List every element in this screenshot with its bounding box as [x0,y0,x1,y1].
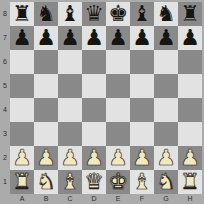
square-a5[interactable] [10,74,34,98]
square-d5[interactable] [82,74,106,98]
square-e2[interactable]: ♟ [106,146,130,170]
piece-white-bishop[interactable]: ♝ [130,170,154,194]
piece-white-pawn[interactable]: ♟ [10,146,34,170]
piece-black-pawn[interactable]: ♟ [10,26,34,50]
square-f6[interactable] [130,50,154,74]
rank-label-2: 2 [0,146,10,170]
piece-black-pawn[interactable]: ♟ [82,26,106,50]
rank-label-4: 4 [0,98,10,122]
square-f1[interactable]: ♝ [130,170,154,194]
square-h2[interactable]: ♟ [178,146,202,170]
square-g4[interactable] [154,98,178,122]
square-c6[interactable] [58,50,82,74]
piece-white-queen[interactable]: ♛ [82,170,106,194]
square-d8[interactable]: ♛ [82,2,106,26]
square-h7[interactable]: ♟ [178,26,202,50]
square-h5[interactable] [178,74,202,98]
square-e5[interactable] [106,74,130,98]
square-b2[interactable]: ♟ [34,146,58,170]
file-label-d: D [82,194,106,204]
piece-white-knight[interactable]: ♞ [34,170,58,194]
rank-label-7: 7 [0,26,10,50]
square-e3[interactable] [106,122,130,146]
piece-white-rook[interactable]: ♜ [178,170,202,194]
file-label-e: E [106,194,130,204]
square-d2[interactable]: ♟ [82,146,106,170]
square-f2[interactable]: ♟ [130,146,154,170]
square-b8[interactable]: ♞ [34,2,58,26]
piece-white-pawn[interactable]: ♟ [34,146,58,170]
piece-black-rook[interactable]: ♜ [178,2,202,26]
square-h6[interactable] [178,50,202,74]
square-f8[interactable]: ♝ [130,2,154,26]
file-label-h: H [178,194,202,204]
piece-black-knight[interactable]: ♞ [154,2,178,26]
file-labels-row: ABCDEFGH [10,194,202,204]
square-a3[interactable] [10,122,34,146]
piece-white-rook[interactable]: ♜ [10,170,34,194]
piece-black-rook[interactable]: ♜ [10,2,34,26]
piece-black-pawn[interactable]: ♟ [154,26,178,50]
square-e1[interactable]: ♚ [106,170,130,194]
square-d4[interactable] [82,98,106,122]
rank-label-3: 3 [0,122,10,146]
chess-board: ♜♞♝♛♚♝♞♜♟♟♟♟♟♟♟♟♟♟♟♟♟♟♟♟♜♞♝♛♚♝♞♜ [10,2,202,194]
square-g3[interactable] [154,122,178,146]
piece-black-pawn[interactable]: ♟ [58,26,82,50]
square-g5[interactable] [154,74,178,98]
square-a8[interactable]: ♜ [10,2,34,26]
square-d1[interactable]: ♛ [82,170,106,194]
square-b3[interactable] [34,122,58,146]
piece-white-knight[interactable]: ♞ [154,170,178,194]
piece-black-pawn[interactable]: ♟ [178,26,202,50]
square-h8[interactable]: ♜ [178,2,202,26]
square-a1[interactable]: ♜ [10,170,34,194]
piece-black-queen[interactable]: ♛ [82,2,106,26]
square-g6[interactable] [154,50,178,74]
square-c1[interactable]: ♝ [58,170,82,194]
square-b6[interactable] [34,50,58,74]
piece-black-pawn[interactable]: ♟ [34,26,58,50]
square-e4[interactable] [106,98,130,122]
rank-label-5: 5 [0,74,10,98]
piece-white-pawn[interactable]: ♟ [154,146,178,170]
piece-black-knight[interactable]: ♞ [34,2,58,26]
square-g8[interactable]: ♞ [154,2,178,26]
square-g2[interactable]: ♟ [154,146,178,170]
piece-white-pawn[interactable]: ♟ [82,146,106,170]
square-c5[interactable] [58,74,82,98]
rank-label-6: 6 [0,50,10,74]
square-a6[interactable] [10,50,34,74]
square-h4[interactable] [178,98,202,122]
square-c4[interactable] [58,98,82,122]
square-c2[interactable]: ♟ [58,146,82,170]
square-f4[interactable] [130,98,154,122]
square-c3[interactable] [58,122,82,146]
rank-label-8: 8 [0,2,10,26]
file-label-b: B [34,194,58,204]
file-label-g: G [154,194,178,204]
square-c7[interactable]: ♟ [58,26,82,50]
square-e8[interactable]: ♚ [106,2,130,26]
square-g7[interactable]: ♟ [154,26,178,50]
piece-white-pawn[interactable]: ♟ [130,146,154,170]
chess-app-window: 87654321 ♜♞♝♛♚♝♞♜♟♟♟♟♟♟♟♟♟♟♟♟♟♟♟♟♜♞♝♛♚♝♞… [0,0,204,204]
square-e6[interactable] [106,50,130,74]
square-e7[interactable]: ♟ [106,26,130,50]
square-b1[interactable]: ♞ [34,170,58,194]
piece-white-pawn[interactable]: ♟ [106,146,130,170]
file-label-f: F [130,194,154,204]
piece-black-king[interactable]: ♚ [106,2,130,26]
square-g1[interactable]: ♞ [154,170,178,194]
square-f3[interactable] [130,122,154,146]
square-a7[interactable]: ♟ [10,26,34,50]
square-h1[interactable]: ♜ [178,170,202,194]
rank-label-1: 1 [0,170,10,194]
square-d7[interactable]: ♟ [82,26,106,50]
square-d3[interactable] [82,122,106,146]
square-b7[interactable]: ♟ [34,26,58,50]
piece-black-bishop[interactable]: ♝ [58,2,82,26]
square-f7[interactable]: ♟ [130,26,154,50]
square-a4[interactable] [10,98,34,122]
square-a2[interactable]: ♟ [10,146,34,170]
square-f5[interactable] [130,74,154,98]
file-label-c: C [58,194,82,204]
piece-black-pawn[interactable]: ♟ [130,26,154,50]
square-b4[interactable] [34,98,58,122]
square-d6[interactable] [82,50,106,74]
square-c8[interactable]: ♝ [58,2,82,26]
file-label-a: A [10,194,34,204]
piece-white-pawn[interactable]: ♟ [58,146,82,170]
piece-white-king[interactable]: ♚ [106,170,130,194]
piece-black-bishop[interactable]: ♝ [130,2,154,26]
square-b5[interactable] [34,74,58,98]
square-h3[interactable] [178,122,202,146]
piece-white-pawn[interactable]: ♟ [178,146,202,170]
piece-black-pawn[interactable]: ♟ [106,26,130,50]
rank-labels-column: 87654321 [0,2,10,194]
piece-white-bishop[interactable]: ♝ [58,170,82,194]
